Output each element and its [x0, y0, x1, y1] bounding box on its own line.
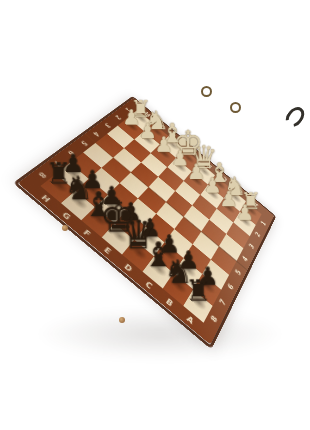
- chess-board: ABCDEFGH ABCDEFGH 87654321 87654321 ♜♞♝♛…: [18, 98, 274, 345]
- hinge-pin-icon: [62, 225, 68, 231]
- hinge-pin-icon: [119, 317, 125, 323]
- chess-set-photo: ABCDEFGH ABCDEFGH 87654321 87654321 ♜♞♝♛…: [0, 0, 310, 430]
- metal-clasp-hook-icon: [282, 103, 308, 130]
- brass-eye-icon: [230, 102, 241, 113]
- square-c2: ♟: [200, 185, 224, 209]
- brass-eye-icon: [201, 86, 212, 97]
- board-floor-shadow: [36, 308, 284, 360]
- photo-scene: ABCDEFGH ABCDEFGH 87654321 87654321 ♜♞♝♛…: [60, 96, 272, 308]
